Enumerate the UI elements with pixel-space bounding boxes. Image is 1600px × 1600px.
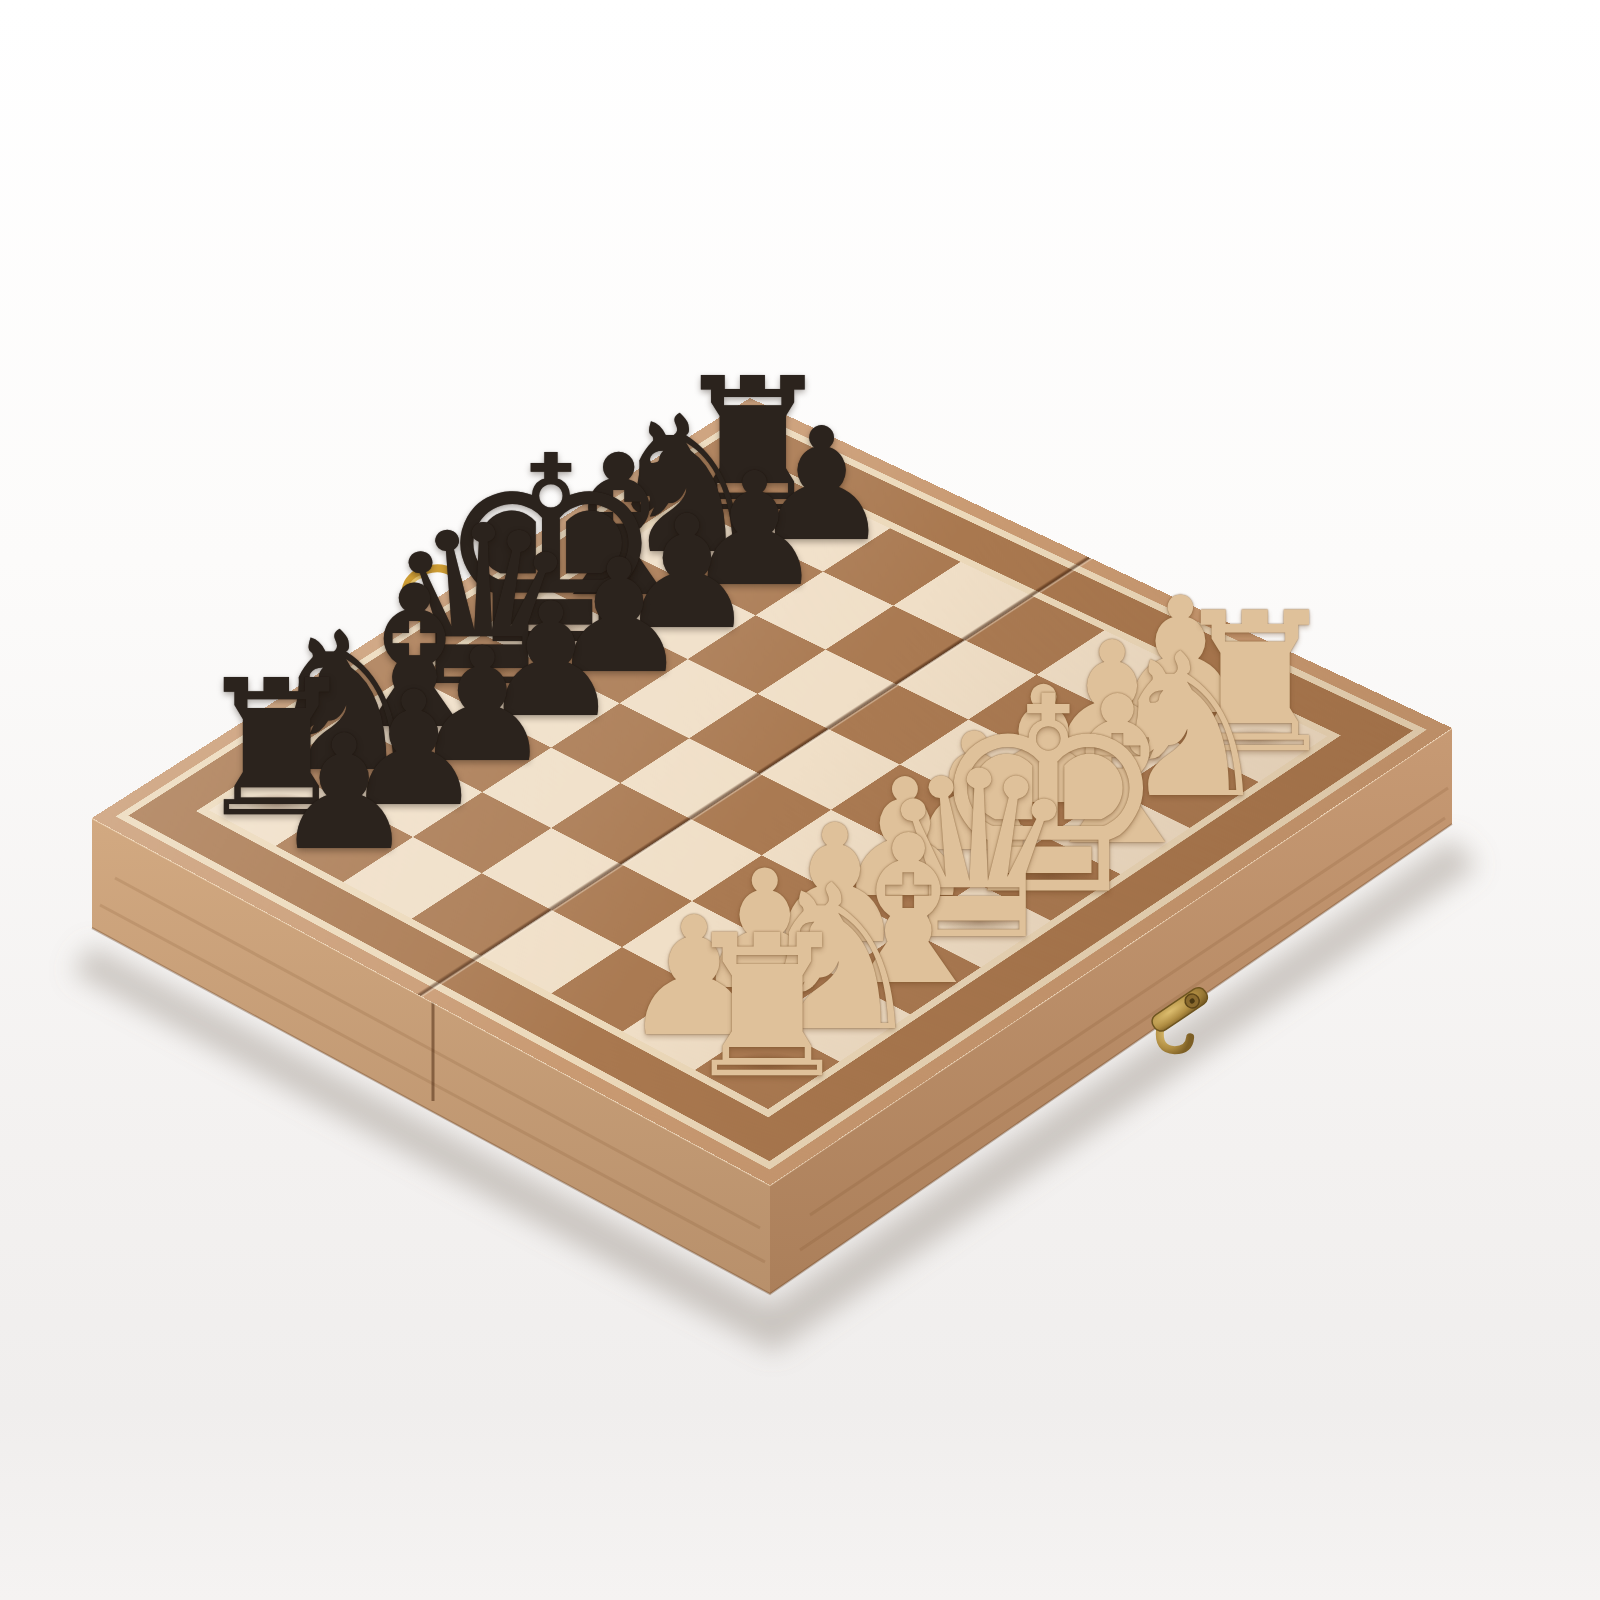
product-photo-stage: ♜♞♝♛♚♝♞♜♟♟♟♟♟♟♟♟♟♟♟♟♟♟♟♟♜♞♝♛♚♝♞♜ <box>0 0 1600 1600</box>
pieces-layer: ♜♞♝♛♚♝♞♜♟♟♟♟♟♟♟♟♟♟♟♟♟♟♟♟♜♞♝♛♚♝♞♜ <box>0 0 1600 1600</box>
piece-black-pawn-a7: ♟ <box>273 714 415 873</box>
piece-white-rook-a1: ♜ <box>679 909 855 1105</box>
